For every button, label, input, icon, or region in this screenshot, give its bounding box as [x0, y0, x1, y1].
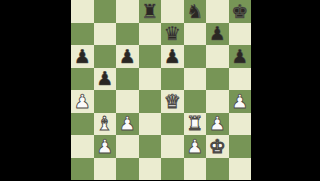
square-h3[interactable] [229, 113, 252, 136]
square-d6[interactable] [139, 45, 162, 68]
black-knight-f8[interactable]: ♞ [186, 1, 203, 20]
white-pawn-c3[interactable]: ♟ [119, 114, 136, 133]
square-b2[interactable]: ♟ [94, 135, 117, 158]
square-f8[interactable]: ♞ [184, 0, 207, 23]
square-d4[interactable] [139, 90, 162, 113]
square-e3[interactable] [161, 113, 184, 136]
square-h2[interactable] [229, 135, 252, 158]
square-a8[interactable] [71, 0, 94, 23]
square-g8[interactable] [206, 0, 229, 23]
white-pawn-f2[interactable]: ♟ [186, 136, 203, 155]
square-h7[interactable] [229, 23, 252, 46]
white-king-g2[interactable]: ♚ [209, 136, 226, 155]
square-c5[interactable] [116, 68, 139, 91]
square-c6[interactable]: ♟ [116, 45, 139, 68]
square-g7[interactable]: ♟ [206, 23, 229, 46]
square-f6[interactable] [184, 45, 207, 68]
square-g1[interactable] [206, 158, 229, 181]
square-f7[interactable] [184, 23, 207, 46]
letterbox-left [0, 0, 71, 180]
square-g4[interactable] [206, 90, 229, 113]
square-d3[interactable] [139, 113, 162, 136]
square-e6[interactable]: ♟ [161, 45, 184, 68]
square-a3[interactable] [71, 113, 94, 136]
square-e4[interactable]: ♛ [161, 90, 184, 113]
white-queen-e4[interactable]: ♛ [164, 91, 181, 110]
letterbox-right [251, 0, 320, 180]
square-d7[interactable] [139, 23, 162, 46]
square-b4[interactable] [94, 90, 117, 113]
square-d5[interactable] [139, 68, 162, 91]
black-pawn-e6[interactable]: ♟ [164, 46, 181, 65]
square-h4[interactable]: ♟ [229, 90, 252, 113]
white-pawn-h4[interactable]: ♟ [231, 91, 248, 110]
square-e2[interactable] [161, 135, 184, 158]
square-a2[interactable] [71, 135, 94, 158]
black-pawn-c6[interactable]: ♟ [119, 46, 136, 65]
square-h5[interactable] [229, 68, 252, 91]
square-e8[interactable] [161, 0, 184, 23]
square-e5[interactable] [161, 68, 184, 91]
white-pawn-a4[interactable]: ♟ [74, 91, 91, 110]
black-rook-d8[interactable]: ♜ [141, 1, 158, 20]
square-f2[interactable]: ♟ [184, 135, 207, 158]
square-d1[interactable] [139, 158, 162, 181]
white-bishop-b3[interactable]: ♝ [96, 114, 113, 133]
square-a4[interactable]: ♟ [71, 90, 94, 113]
square-g3[interactable]: ♟ [206, 113, 229, 136]
square-c8[interactable] [116, 0, 139, 23]
square-f1[interactable] [184, 158, 207, 181]
square-b8[interactable] [94, 0, 117, 23]
square-b6[interactable] [94, 45, 117, 68]
square-h1[interactable] [229, 158, 252, 181]
video-frame: ♜♞♚♛♟♟♟♟♟♟♟♛♟♝♟♜♟♟♟♚ [0, 0, 320, 180]
square-c2[interactable] [116, 135, 139, 158]
square-a5[interactable] [71, 68, 94, 91]
square-g5[interactable] [206, 68, 229, 91]
square-f4[interactable] [184, 90, 207, 113]
square-e7[interactable]: ♛ [161, 23, 184, 46]
square-b1[interactable] [94, 158, 117, 181]
black-pawn-a6[interactable]: ♟ [74, 46, 91, 65]
square-c7[interactable] [116, 23, 139, 46]
square-g6[interactable] [206, 45, 229, 68]
black-pawn-g7[interactable]: ♟ [209, 24, 226, 43]
square-b5[interactable]: ♟ [94, 68, 117, 91]
square-f3[interactable]: ♜ [184, 113, 207, 136]
white-pawn-b2[interactable]: ♟ [96, 136, 113, 155]
square-a7[interactable] [71, 23, 94, 46]
white-pawn-g3[interactable]: ♟ [209, 114, 226, 133]
square-a1[interactable] [71, 158, 94, 181]
square-b7[interactable] [94, 23, 117, 46]
square-c4[interactable] [116, 90, 139, 113]
chess-board: ♜♞♚♛♟♟♟♟♟♟♟♛♟♝♟♜♟♟♟♚ [71, 0, 251, 180]
square-d8[interactable]: ♜ [139, 0, 162, 23]
black-queen-e7[interactable]: ♛ [164, 24, 181, 43]
square-b3[interactable]: ♝ [94, 113, 117, 136]
square-g2[interactable]: ♚ [206, 135, 229, 158]
square-d2[interactable] [139, 135, 162, 158]
black-pawn-h6[interactable]: ♟ [231, 46, 248, 65]
white-rook-f3[interactable]: ♜ [186, 114, 203, 133]
square-h6[interactable]: ♟ [229, 45, 252, 68]
square-c1[interactable] [116, 158, 139, 181]
black-king-h8[interactable]: ♚ [231, 1, 248, 20]
square-f5[interactable] [184, 68, 207, 91]
black-pawn-b5[interactable]: ♟ [96, 69, 113, 88]
square-c3[interactable]: ♟ [116, 113, 139, 136]
square-h8[interactable]: ♚ [229, 0, 252, 23]
square-e1[interactable] [161, 158, 184, 181]
square-a6[interactable]: ♟ [71, 45, 94, 68]
